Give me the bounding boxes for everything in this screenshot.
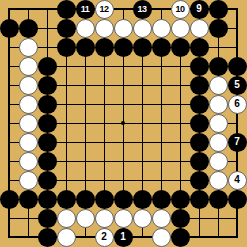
black-stone[interactable] (190, 190, 209, 209)
white-stone[interactable] (19, 152, 38, 171)
white-stone[interactable] (95, 209, 114, 228)
black-stone[interactable] (190, 133, 209, 152)
white-stone[interactable] (19, 114, 38, 133)
black-stone[interactable] (209, 19, 228, 38)
black-stone[interactable] (114, 38, 133, 57)
white-stone[interactable] (133, 19, 152, 38)
black-stone[interactable] (190, 57, 209, 76)
go-board[interactable]: 111213109567421 (0, 0, 247, 247)
black-stone[interactable] (38, 114, 57, 133)
black-stone[interactable] (38, 95, 57, 114)
black-stone[interactable] (38, 209, 57, 228)
black-stone[interactable] (209, 57, 228, 76)
black-stone[interactable] (190, 152, 209, 171)
go-diagram: 111213109567421 (0, 0, 247, 247)
black-stone[interactable] (95, 190, 114, 209)
white-stone[interactable] (152, 19, 171, 38)
black-stone[interactable] (76, 38, 95, 57)
black-stone[interactable] (190, 171, 209, 190)
black-stone[interactable] (114, 190, 133, 209)
black-stone[interactable]: 1 (114, 228, 133, 247)
white-stone[interactable] (209, 152, 228, 171)
white-stone[interactable] (133, 209, 152, 228)
black-stone[interactable] (19, 190, 38, 209)
black-stone[interactable] (38, 228, 57, 247)
black-stone[interactable] (209, 190, 228, 209)
white-stone[interactable] (114, 19, 133, 38)
white-stone[interactable] (19, 38, 38, 57)
move-number-label: 13 (137, 5, 146, 14)
white-stone[interactable] (57, 209, 76, 228)
black-stone[interactable] (76, 190, 95, 209)
white-stone[interactable]: 10 (171, 0, 190, 19)
black-stone[interactable] (38, 133, 57, 152)
white-stone[interactable] (76, 19, 95, 38)
black-stone[interactable] (38, 190, 57, 209)
white-stone[interactable] (209, 95, 228, 114)
move-number-label: 6 (234, 99, 240, 109)
black-stone[interactable] (171, 38, 190, 57)
black-stone[interactable]: 7 (228, 133, 247, 152)
white-stone[interactable] (19, 133, 38, 152)
white-stone[interactable] (19, 57, 38, 76)
black-stone[interactable] (228, 190, 247, 209)
black-stone[interactable] (57, 38, 76, 57)
black-stone[interactable] (228, 57, 247, 76)
move-number-label: 12 (99, 5, 108, 14)
black-stone[interactable]: 9 (190, 0, 209, 19)
black-stone[interactable] (133, 38, 152, 57)
move-number-label: 5 (234, 80, 240, 90)
move-number-label: 4 (234, 175, 240, 185)
black-stone[interactable] (57, 19, 76, 38)
black-stone[interactable] (38, 152, 57, 171)
star-point (121, 121, 125, 125)
move-number-label: 2 (101, 232, 107, 242)
move-number-label: 1 (120, 232, 126, 242)
white-stone[interactable] (209, 76, 228, 95)
white-stone[interactable] (152, 228, 171, 247)
white-stone[interactable] (76, 209, 95, 228)
black-stone[interactable] (38, 171, 57, 190)
white-stone[interactable]: 6 (228, 95, 247, 114)
white-stone[interactable] (190, 19, 209, 38)
black-stone[interactable] (0, 190, 19, 209)
move-number-label: 10 (175, 5, 184, 14)
black-stone[interactable] (152, 38, 171, 57)
black-stone[interactable]: 11 (76, 0, 95, 19)
white-stone[interactable] (19, 76, 38, 95)
white-stone[interactable] (57, 228, 76, 247)
black-stone[interactable]: 5 (228, 76, 247, 95)
move-number-label: 11 (81, 5, 90, 14)
move-number-label: 7 (234, 137, 240, 147)
black-stone[interactable] (152, 190, 171, 209)
white-stone[interactable] (209, 133, 228, 152)
black-stone[interactable] (171, 209, 190, 228)
black-stone[interactable] (190, 95, 209, 114)
black-stone[interactable] (0, 19, 19, 38)
black-stone[interactable] (95, 38, 114, 57)
black-stone[interactable] (190, 114, 209, 133)
white-stone[interactable]: 2 (95, 228, 114, 247)
white-stone[interactable] (209, 171, 228, 190)
black-stone[interactable] (57, 0, 76, 19)
black-stone[interactable] (171, 228, 190, 247)
black-stone[interactable] (57, 190, 76, 209)
black-stone[interactable] (171, 190, 190, 209)
white-stone[interactable] (95, 19, 114, 38)
white-stone[interactable]: 4 (228, 171, 247, 190)
black-stone[interactable]: 13 (133, 0, 152, 19)
move-number-label: 9 (196, 4, 202, 14)
black-stone[interactable] (209, 0, 228, 19)
black-stone[interactable] (133, 190, 152, 209)
white-stone[interactable] (171, 19, 190, 38)
black-stone[interactable] (38, 76, 57, 95)
white-stone[interactable] (114, 209, 133, 228)
white-stone[interactable] (152, 209, 171, 228)
black-stone[interactable] (19, 19, 38, 38)
white-stone[interactable] (19, 95, 38, 114)
black-stone[interactable] (38, 57, 57, 76)
white-stone[interactable] (19, 171, 38, 190)
white-stone[interactable] (209, 114, 228, 133)
black-stone[interactable] (190, 76, 209, 95)
black-stone[interactable] (190, 38, 209, 57)
white-stone[interactable]: 12 (95, 0, 114, 19)
